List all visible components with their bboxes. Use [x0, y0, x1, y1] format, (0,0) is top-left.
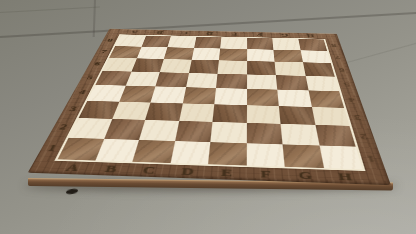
square-f4[interactable] — [246, 89, 278, 106]
file-label-a-bottom: A — [51, 161, 94, 174]
square-h8[interactable] — [298, 39, 327, 51]
square-f1[interactable] — [246, 143, 284, 167]
tile-grout-line — [347, 42, 416, 63]
square-h1[interactable] — [319, 145, 363, 169]
square-h4[interactable] — [308, 90, 344, 107]
square-g7[interactable] — [273, 50, 302, 63]
square-g8[interactable] — [272, 38, 300, 50]
square-b5[interactable] — [125, 71, 159, 86]
square-g6[interactable] — [275, 62, 306, 76]
square-f2[interactable] — [246, 123, 282, 144]
square-e2[interactable] — [210, 122, 246, 143]
square-d6[interactable] — [189, 60, 219, 74]
square-g3[interactable] — [279, 106, 315, 125]
square-f5[interactable] — [247, 74, 278, 89]
file-label-g-bottom: G — [285, 168, 326, 182]
board-foot-shadow — [66, 188, 79, 195]
square-c4[interactable] — [151, 86, 186, 103]
square-b7[interactable] — [136, 47, 167, 60]
square-h2[interactable] — [315, 125, 356, 146]
square-e3[interactable] — [212, 104, 246, 123]
square-b4[interactable] — [119, 86, 155, 103]
chess-board: ABCDEFGH ABCDEFGH 87654321 87654321 — [28, 29, 391, 185]
square-g1[interactable] — [283, 144, 324, 168]
square-g4[interactable] — [277, 90, 311, 107]
square-c5[interactable] — [155, 72, 188, 87]
floor: ABCDEFGH ABCDEFGH 87654321 87654321 — [0, 0, 416, 234]
square-b6[interactable] — [131, 58, 164, 72]
square-h3[interactable] — [311, 107, 349, 126]
square-d3[interactable] — [179, 103, 215, 122]
square-g5[interactable] — [276, 75, 308, 90]
file-label-h-bottom: H — [324, 170, 367, 184]
square-e1[interactable] — [208, 142, 246, 166]
square-d8[interactable] — [194, 37, 222, 49]
file-label-e-bottom: E — [207, 166, 247, 180]
square-c8[interactable] — [167, 36, 196, 48]
file-label-c-bottom: C — [128, 163, 170, 176]
square-d7[interactable] — [191, 48, 220, 61]
square-e5[interactable] — [216, 73, 247, 88]
square-c6[interactable] — [160, 59, 191, 73]
playfield — [54, 34, 365, 171]
square-h6[interactable] — [303, 62, 335, 76]
square-d1[interactable] — [170, 141, 210, 165]
square-h5[interactable] — [305, 76, 339, 92]
file-label-d-bottom: D — [167, 165, 208, 178]
square-e7[interactable] — [219, 48, 247, 61]
square-f6[interactable] — [247, 61, 276, 75]
square-b8[interactable] — [141, 36, 171, 47]
square-e6[interactable] — [218, 60, 247, 74]
square-h7[interactable] — [300, 50, 331, 63]
square-c1[interactable] — [132, 140, 174, 163]
square-e8[interactable] — [220, 37, 247, 49]
square-e4[interactable] — [214, 88, 246, 105]
file-label-b-bottom: B — [89, 162, 131, 175]
square-c3[interactable] — [145, 102, 182, 121]
square-d5[interactable] — [186, 73, 218, 88]
file-label-f-bottom: F — [246, 167, 286, 181]
square-d4[interactable] — [182, 87, 216, 104]
square-g2[interactable] — [281, 124, 319, 145]
square-d2[interactable] — [175, 121, 213, 142]
square-c2[interactable] — [139, 120, 179, 141]
tile-grout-line — [0, 6, 100, 13]
square-f8[interactable] — [247, 38, 274, 50]
square-f3[interactable] — [246, 105, 280, 124]
square-c7[interactable] — [164, 47, 194, 60]
square-f7[interactable] — [247, 49, 275, 62]
